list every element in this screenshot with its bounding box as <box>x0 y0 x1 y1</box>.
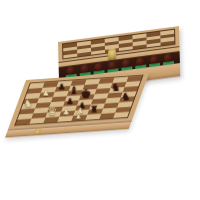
stored-dark-piece <box>107 60 118 72</box>
lid-square <box>160 40 174 45</box>
square-h1 <box>113 112 129 118</box>
stored-dark-piece <box>121 59 132 71</box>
white-knight-piece: ♞ <box>24 99 33 109</box>
stored-dark-piece <box>162 53 173 65</box>
stored-piece-body <box>163 53 172 62</box>
lid-square <box>119 46 133 51</box>
stored-dark-piece <box>93 62 104 74</box>
black-king-piece: ♚ <box>80 88 91 100</box>
stored-dark-piece <box>135 57 146 69</box>
black-pawn-piece: ♟ <box>66 98 73 106</box>
stored-piece-body <box>122 59 131 68</box>
brass-clasp-icon <box>108 49 116 60</box>
product-photo-scene: ♟♟♝♞♚♞♟♞♟♛♟♟♜♝ <box>0 0 200 200</box>
stored-piece-body <box>80 64 89 73</box>
lid-square <box>63 53 77 58</box>
stored-piece-body <box>66 66 75 75</box>
stored-piece-body <box>149 55 158 64</box>
stored-piece-body <box>94 62 103 71</box>
black-rook-piece: ♜ <box>90 105 98 114</box>
lid-square <box>147 42 161 47</box>
white-pawn-piece: ♟ <box>42 90 49 98</box>
chess-board-grid: ♟♟♝♞♚♞♟♞♟♛♟♟♜♝ <box>16 76 143 125</box>
black-knight-piece: ♞ <box>111 83 120 93</box>
lid-square <box>77 51 91 56</box>
stored-piece-body <box>136 57 145 66</box>
black-pawn-piece: ♟ <box>58 84 65 92</box>
white-bishop-piece: ♝ <box>74 110 83 120</box>
lid-square <box>91 49 105 54</box>
white-queen-piece: ♛ <box>47 106 57 117</box>
lid-square <box>133 44 147 49</box>
brass-latch-icon <box>34 129 41 134</box>
open-chess-board: ♟♟♝♞♚♞♟♞♟♛♟♟♜♝ <box>5 71 150 137</box>
black-knight-piece: ♞ <box>121 92 130 102</box>
white-pawn-piece: ♟ <box>63 108 70 116</box>
stored-dark-piece <box>148 55 159 67</box>
stored-piece-body <box>108 60 117 69</box>
black-bishop-piece: ♝ <box>69 86 78 96</box>
